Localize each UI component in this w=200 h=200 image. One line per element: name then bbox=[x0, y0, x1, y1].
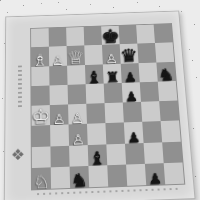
square-b2 bbox=[50, 145, 69, 167]
black-pawn-g1: ♟ bbox=[148, 172, 162, 187]
square-d5 bbox=[86, 83, 105, 103]
square-g2 bbox=[144, 142, 164, 164]
board-mat: ❖ ♚♗♙♕♙♛♝♜♟♞♟♔♙♙♙♟♝♘♞♟ bbox=[4, 11, 196, 200]
square-h5 bbox=[158, 81, 178, 101]
square-a7: ♗ bbox=[31, 47, 49, 67]
square-f7: ♛ bbox=[120, 44, 139, 64]
square-f8 bbox=[119, 25, 138, 44]
square-e2 bbox=[106, 143, 126, 165]
square-c3: ♙ bbox=[69, 124, 88, 145]
board-grid: ♚♗♙♕♙♛♝♜♟♞♟♔♙♙♙♟♝♘♞♟ bbox=[30, 23, 185, 190]
square-b1 bbox=[51, 166, 70, 188]
square-a2 bbox=[32, 146, 51, 168]
square-h4 bbox=[159, 101, 179, 122]
square-b5 bbox=[49, 85, 68, 105]
square-b6 bbox=[49, 65, 67, 85]
square-f2 bbox=[125, 143, 145, 165]
square-d3 bbox=[87, 123, 106, 144]
square-d7 bbox=[84, 45, 103, 65]
square-g7 bbox=[137, 43, 156, 63]
photo-of-chessboard: ❖ ♚♗♙♕♙♛♝♜♟♞♟♔♙♙♙♟♝♘♞♟ bbox=[0, 0, 200, 200]
square-f4 bbox=[123, 102, 142, 123]
square-e5 bbox=[104, 83, 123, 103]
square-a4: ♔ bbox=[32, 105, 51, 126]
white-knight-a1: ♘ bbox=[33, 172, 50, 191]
square-f5: ♟ bbox=[122, 82, 141, 102]
square-d1 bbox=[88, 165, 108, 187]
square-h6: ♞ bbox=[156, 61, 175, 81]
square-b3 bbox=[50, 125, 69, 146]
square-e4 bbox=[105, 102, 124, 123]
square-d6: ♝ bbox=[85, 64, 104, 84]
square-b4: ♙ bbox=[50, 104, 69, 125]
square-b7: ♙ bbox=[49, 46, 67, 66]
square-c8 bbox=[66, 27, 84, 46]
square-d2: ♝ bbox=[88, 144, 108, 166]
square-e8: ♚ bbox=[101, 26, 119, 45]
square-d4 bbox=[86, 103, 105, 124]
photo-grain-speckles bbox=[0, 0, 1, 1]
square-g8 bbox=[136, 25, 155, 44]
maker-emblem-icon: ❖ bbox=[7, 144, 29, 166]
square-a5 bbox=[31, 85, 49, 105]
square-h7 bbox=[155, 43, 174, 63]
square-a3 bbox=[32, 125, 51, 146]
square-c2 bbox=[69, 145, 88, 167]
square-g6 bbox=[139, 62, 158, 82]
square-a8 bbox=[31, 28, 49, 47]
square-g3 bbox=[142, 121, 162, 142]
square-h3 bbox=[161, 121, 181, 142]
square-a6 bbox=[31, 66, 49, 86]
square-e7: ♙ bbox=[102, 44, 121, 64]
square-h2 bbox=[162, 141, 182, 163]
square-e3 bbox=[105, 123, 125, 144]
square-e6: ♜ bbox=[103, 63, 122, 83]
square-h8 bbox=[154, 24, 173, 43]
square-e1 bbox=[107, 164, 127, 186]
left-margin-fine-print bbox=[18, 66, 22, 109]
square-c1: ♞ bbox=[70, 166, 90, 188]
square-g4 bbox=[141, 101, 161, 122]
square-f6: ♟ bbox=[121, 63, 140, 83]
square-h1 bbox=[164, 162, 185, 184]
square-f1 bbox=[126, 164, 146, 186]
square-g5 bbox=[140, 81, 159, 101]
square-c6 bbox=[67, 65, 86, 85]
square-g1: ♟ bbox=[145, 163, 165, 185]
chessboard: ❖ ♚♗♙♕♙♛♝♜♟♞♟♔♙♙♙♟♝♘♞♟ bbox=[4, 11, 196, 200]
square-c7: ♕ bbox=[67, 46, 85, 66]
square-d8 bbox=[84, 26, 102, 45]
black-knight-c1: ♞ bbox=[71, 171, 89, 190]
square-c4: ♙ bbox=[68, 104, 87, 125]
square-a1: ♘ bbox=[32, 167, 51, 189]
square-b8 bbox=[49, 28, 67, 47]
square-f3: ♟ bbox=[124, 122, 144, 143]
square-c5 bbox=[68, 84, 87, 104]
